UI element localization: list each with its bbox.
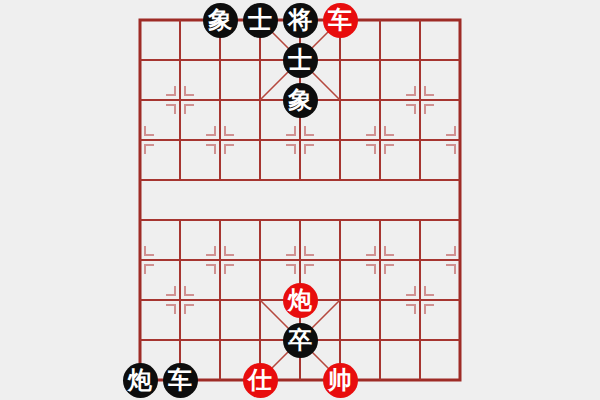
board-cell: 帅 — [320, 360, 360, 400]
board-cell: 炮 — [120, 360, 160, 400]
piece-black-advisor[interactable]: 士 — [243, 3, 278, 38]
board-cell: 士 — [280, 40, 320, 80]
board-cell: 仕 — [240, 360, 280, 400]
piece-black-elephant[interactable]: 象 — [283, 83, 318, 118]
board-cell: 炮 — [280, 280, 320, 320]
board-cell: 象 — [280, 80, 320, 120]
board-cell: 卒 — [280, 320, 320, 360]
board-cell: 象 — [200, 0, 240, 40]
piece-red-chariot[interactable]: 车 — [323, 3, 358, 38]
piece-black-chariot[interactable]: 车 — [163, 363, 198, 398]
piece-red-cannon[interactable]: 炮 — [283, 283, 318, 318]
piece-black-elephant[interactable]: 象 — [203, 3, 238, 38]
piece-black-cannon[interactable]: 炮 — [123, 363, 158, 398]
xiangqi-board: 象士将车士象炮卒炮车仕帅 — [0, 0, 600, 400]
piece-black-general[interactable]: 将 — [283, 3, 318, 38]
piece-black-soldier[interactable]: 卒 — [283, 323, 318, 358]
board-cell: 士 — [240, 0, 280, 40]
piece-black-advisor[interactable]: 士 — [283, 43, 318, 78]
piece-red-advisor[interactable]: 仕 — [243, 363, 278, 398]
board-cell: 车 — [320, 0, 360, 40]
board-cell: 将 — [280, 0, 320, 40]
piece-red-general[interactable]: 帅 — [323, 363, 358, 398]
pieces-layer: 象士将车士象炮卒炮车仕帅 — [120, 0, 480, 400]
board-cell: 车 — [160, 360, 200, 400]
